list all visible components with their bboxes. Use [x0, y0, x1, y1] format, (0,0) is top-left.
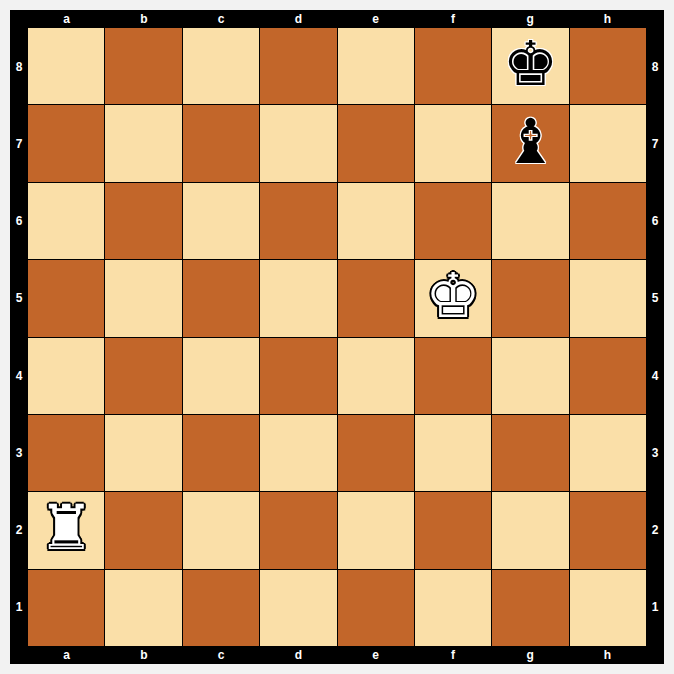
square-e8[interactable]: [338, 28, 414, 104]
square-a7[interactable]: [28, 105, 104, 181]
square-g3[interactable]: [492, 415, 568, 491]
square-d1[interactable]: [260, 570, 336, 646]
square-c5[interactable]: [183, 260, 259, 336]
rank-label-7: 7: [10, 105, 28, 182]
square-g1[interactable]: [492, 570, 568, 646]
square-c3[interactable]: [183, 415, 259, 491]
square-f8[interactable]: [415, 28, 491, 104]
square-f7[interactable]: [415, 105, 491, 181]
rank-label-1: 1: [10, 569, 28, 646]
square-b2[interactable]: [105, 492, 181, 568]
file-label-f: f: [414, 10, 491, 28]
square-h4[interactable]: [570, 338, 646, 414]
square-a6[interactable]: [28, 183, 104, 259]
rank-label-7: 7: [646, 105, 664, 182]
square-a3[interactable]: [28, 415, 104, 491]
square-d8[interactable]: [260, 28, 336, 104]
file-label-e: e: [337, 10, 414, 28]
square-e3[interactable]: [338, 415, 414, 491]
square-g4[interactable]: [492, 338, 568, 414]
square-e4[interactable]: [338, 338, 414, 414]
file-label-h: h: [569, 10, 646, 28]
square-e5[interactable]: [338, 260, 414, 336]
square-d7[interactable]: [260, 105, 336, 181]
file-label-a: a: [28, 646, 105, 664]
square-c7[interactable]: [183, 105, 259, 181]
square-g7[interactable]: ♝: [492, 105, 568, 181]
square-h5[interactable]: [570, 260, 646, 336]
square-h2[interactable]: [570, 492, 646, 568]
square-e2[interactable]: [338, 492, 414, 568]
rank-label-4: 4: [10, 337, 28, 414]
square-f4[interactable]: [415, 338, 491, 414]
square-a1[interactable]: [28, 570, 104, 646]
rank-label-2: 2: [10, 492, 28, 569]
file-label-e: e: [337, 646, 414, 664]
file-label-g: g: [492, 646, 569, 664]
square-f1[interactable]: [415, 570, 491, 646]
square-d5[interactable]: [260, 260, 336, 336]
square-h6[interactable]: [570, 183, 646, 259]
file-label-c: c: [183, 10, 260, 28]
piece-white-king[interactable]: ♚: [425, 265, 481, 327]
square-a2[interactable]: ♜: [28, 492, 104, 568]
rank-labels-right: 87654321: [646, 28, 664, 646]
square-g6[interactable]: [492, 183, 568, 259]
file-label-a: a: [28, 10, 105, 28]
square-d4[interactable]: [260, 338, 336, 414]
piece-black-king[interactable]: ♚: [503, 33, 559, 95]
file-label-b: b: [105, 10, 182, 28]
square-b1[interactable]: [105, 570, 181, 646]
file-label-f: f: [414, 646, 491, 664]
chess-board: ♚♝♚♜: [28, 28, 646, 646]
square-e1[interactable]: [338, 570, 414, 646]
file-label-h: h: [569, 646, 646, 664]
square-d6[interactable]: [260, 183, 336, 259]
square-h8[interactable]: [570, 28, 646, 104]
file-label-d: d: [260, 646, 337, 664]
rank-label-8: 8: [10, 28, 28, 105]
rank-label-5: 5: [646, 260, 664, 337]
square-b3[interactable]: [105, 415, 181, 491]
square-c4[interactable]: [183, 338, 259, 414]
rank-label-6: 6: [10, 183, 28, 260]
rank-label-6: 6: [646, 183, 664, 260]
square-b5[interactable]: [105, 260, 181, 336]
rank-label-2: 2: [646, 492, 664, 569]
square-c8[interactable]: [183, 28, 259, 104]
file-label-b: b: [105, 646, 182, 664]
rank-labels-left: 87654321: [10, 28, 28, 646]
piece-black-bishop[interactable]: ♝: [503, 111, 559, 173]
file-label-d: d: [260, 10, 337, 28]
square-c1[interactable]: [183, 570, 259, 646]
square-g8[interactable]: ♚: [492, 28, 568, 104]
square-c2[interactable]: [183, 492, 259, 568]
square-d2[interactable]: [260, 492, 336, 568]
square-g2[interactable]: [492, 492, 568, 568]
piece-white-rook[interactable]: ♜: [38, 497, 94, 559]
rank-label-8: 8: [646, 28, 664, 105]
square-f6[interactable]: [415, 183, 491, 259]
rank-label-3: 3: [646, 414, 664, 491]
file-label-g: g: [492, 10, 569, 28]
square-b4[interactable]: [105, 338, 181, 414]
square-a5[interactable]: [28, 260, 104, 336]
square-h3[interactable]: [570, 415, 646, 491]
file-labels-top: abcdefgh: [28, 10, 646, 28]
square-e6[interactable]: [338, 183, 414, 259]
square-b7[interactable]: [105, 105, 181, 181]
square-c6[interactable]: [183, 183, 259, 259]
square-a8[interactable]: [28, 28, 104, 104]
board-frame: abcdefgh 87654321 ♚♝♚♜ 87654321 abcdefgh: [10, 10, 664, 664]
chess-diagram-page: abcdefgh 87654321 ♚♝♚♜ 87654321 abcdefgh: [0, 0, 674, 674]
square-f5[interactable]: ♚: [415, 260, 491, 336]
square-h7[interactable]: [570, 105, 646, 181]
square-f3[interactable]: [415, 415, 491, 491]
square-e7[interactable]: [338, 105, 414, 181]
square-f2[interactable]: [415, 492, 491, 568]
square-g5[interactable]: [492, 260, 568, 336]
square-b6[interactable]: [105, 183, 181, 259]
square-h1[interactable]: [570, 570, 646, 646]
square-d3[interactable]: [260, 415, 336, 491]
rank-label-4: 4: [646, 337, 664, 414]
rank-label-3: 3: [10, 414, 28, 491]
square-a4[interactable]: [28, 338, 104, 414]
square-b8[interactable]: [105, 28, 181, 104]
file-label-c: c: [183, 646, 260, 664]
rank-label-5: 5: [10, 260, 28, 337]
rank-label-1: 1: [646, 569, 664, 646]
file-labels-bottom: abcdefgh: [28, 646, 646, 664]
